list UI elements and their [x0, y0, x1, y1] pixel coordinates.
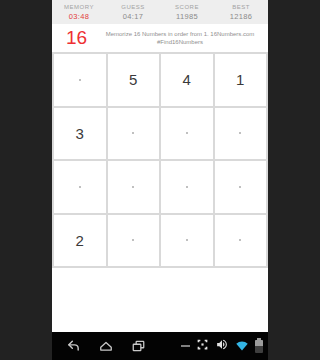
cell-number: 3: [76, 125, 84, 142]
grid-cell-r3-c1[interactable]: [54, 161, 106, 213]
hidden-number-dot: [239, 239, 241, 241]
grid-cell-r2-c3[interactable]: [161, 108, 213, 160]
hidden-number-dot: [239, 186, 241, 188]
stat-score-value: 11985: [176, 13, 198, 21]
stat-score: SCORE 11985: [160, 4, 214, 20]
board-grid: 54132: [52, 52, 268, 268]
tagline-line2: #Find16Numbers: [102, 38, 258, 46]
status-tray[interactable]: [181, 337, 268, 355]
grid-cell-r2-c4[interactable]: [215, 108, 267, 160]
cell-number: 2: [76, 232, 84, 249]
cell-number: 1: [236, 71, 244, 88]
stat-best-value: 12186: [230, 13, 252, 21]
grid-cell-r3-c2[interactable]: [108, 161, 160, 213]
hidden-number-dot: [186, 239, 188, 241]
grid-cell-r1-c3[interactable]: 4: [161, 54, 213, 106]
grid-cell-r1-c4[interactable]: 1: [215, 54, 267, 106]
tagline: Memorize 16 Numbers in order from 1. 16N…: [102, 30, 268, 46]
hidden-number-dot: [79, 79, 81, 81]
grid-cell-r4-c1[interactable]: 2: [54, 215, 106, 267]
stat-best: BEST 12186: [214, 4, 268, 20]
grid-cell-r1-c1[interactable]: [54, 54, 106, 106]
android-system-bar: [52, 332, 268, 360]
nav-buttons: [52, 339, 146, 353]
tagline-line1: Memorize 16 Numbers in order from 1. 16N…: [102, 30, 258, 38]
stat-guess: GUESS 04:17: [106, 4, 160, 20]
hidden-number-dot: [186, 132, 188, 134]
home-icon[interactable]: [98, 339, 114, 353]
back-icon[interactable]: [66, 339, 81, 353]
hidden-number-dot: [132, 132, 134, 134]
stat-guess-label: GUESS: [121, 4, 145, 10]
stat-memory-value: 03:48: [69, 13, 89, 21]
recents-icon[interactable]: [131, 339, 146, 353]
wifi-icon: [235, 337, 249, 355]
screenshot-icon: [196, 337, 209, 355]
cell-number: 4: [183, 71, 191, 88]
grid-cell-r2-c2[interactable]: [108, 108, 160, 160]
dash-icon: [181, 345, 190, 347]
hidden-number-dot: [239, 132, 241, 134]
blank-area: [52, 268, 268, 332]
stat-score-label: SCORE: [175, 4, 199, 10]
grid-cell-r3-c3[interactable]: [161, 161, 213, 213]
app-logo-16: 16: [66, 27, 102, 49]
grid-cell-r3-c4[interactable]: [215, 161, 267, 213]
hidden-number-dot: [79, 186, 81, 188]
stat-memory: MEMORY 03:48: [52, 4, 106, 20]
stat-best-label: BEST: [232, 4, 250, 10]
grid-cell-r4-c4[interactable]: [215, 215, 267, 267]
battery-icon: [255, 340, 263, 353]
grid-cell-r4-c2[interactable]: [108, 215, 160, 267]
stat-memory-label: MEMORY: [64, 4, 94, 10]
volume-icon: [215, 337, 229, 355]
grid-cell-r1-c2[interactable]: 5: [108, 54, 160, 106]
hidden-number-dot: [132, 186, 134, 188]
app-screen: MEMORY 03:48 GUESS 04:17 SCORE 11985 BES…: [52, 0, 268, 360]
app-header: 16 Memorize 16 Numbers in order from 1. …: [52, 24, 268, 52]
stats-bar: MEMORY 03:48 GUESS 04:17 SCORE 11985 BES…: [52, 0, 268, 24]
hidden-number-dot: [186, 186, 188, 188]
stat-guess-value: 04:17: [123, 13, 143, 21]
hidden-number-dot: [132, 239, 134, 241]
cell-number: 5: [129, 71, 137, 88]
grid-cell-r4-c3[interactable]: [161, 215, 213, 267]
grid-cell-r2-c1[interactable]: 3: [54, 108, 106, 160]
